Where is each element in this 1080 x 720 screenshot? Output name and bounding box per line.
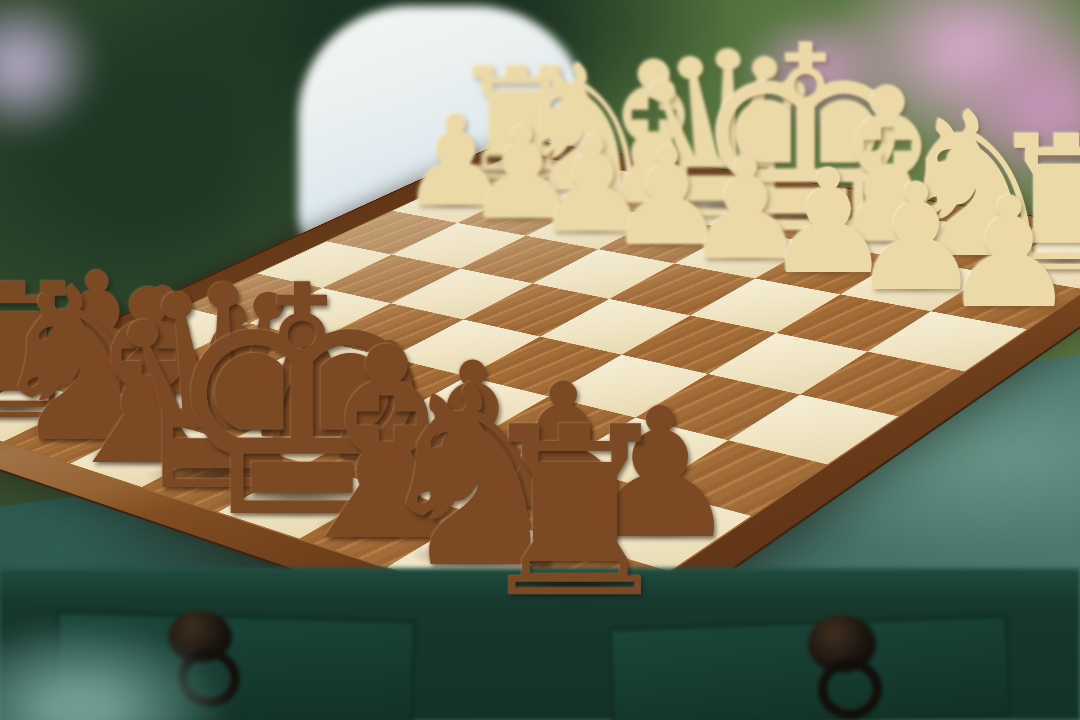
scene: ♜♟♞♟♝♟♛♟♚♟♝♟♟♞♜♟♟♜♞♟♟♝♟♛♟♚♟♝♟♞♟♜ — [0, 0, 1080, 720]
pieces-layer: ♜♟♞♟♝♟♛♟♚♟♝♟♟♞♜♟♟♜♞♟♟♝♟♛♟♚♟♝♟♞♟♜ — [0, 0, 1080, 720]
piece-black-rook-h8[interactable]: ♜ — [458, 396, 692, 630]
piece-white-pawn-h2[interactable]: ♟ — [933, 177, 1080, 329]
